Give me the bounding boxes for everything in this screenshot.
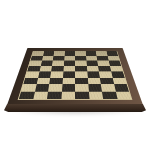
square-h1[interactable] — [115, 91, 131, 99]
chess-board — [7, 48, 143, 105]
board-front-edge — [4, 104, 146, 112]
square-f1[interactable] — [88, 91, 103, 99]
product-photo-background — [0, 0, 150, 150]
square-d2[interactable] — [62, 84, 75, 91]
square-f3[interactable] — [87, 78, 100, 85]
square-b1[interactable] — [33, 91, 48, 99]
square-h2[interactable] — [114, 84, 129, 91]
square-b3[interactable] — [36, 78, 50, 85]
square-c2[interactable] — [48, 84, 62, 91]
board-inlay-line — [18, 51, 133, 100]
square-c3[interactable] — [49, 78, 62, 85]
square-h3[interactable] — [112, 78, 126, 85]
board-grid — [19, 51, 131, 99]
square-b2[interactable] — [35, 84, 50, 91]
square-e2[interactable] — [75, 84, 88, 91]
square-f2[interactable] — [88, 84, 102, 91]
square-d1[interactable] — [61, 91, 75, 99]
square-e3[interactable] — [75, 78, 88, 85]
square-c1[interactable] — [47, 91, 62, 99]
square-d3[interactable] — [62, 78, 75, 85]
square-e1[interactable] — [75, 91, 89, 99]
